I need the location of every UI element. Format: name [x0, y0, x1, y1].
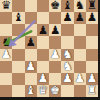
square-e8[interactable]: ♚ — [49, 0, 61, 12]
piece-white-queen[interactable]: ♛ — [38, 85, 48, 97]
square-h1[interactable]: ♜ — [86, 85, 98, 97]
square-g7[interactable]: ♟ — [74, 12, 86, 24]
square-e1[interactable]: ♚ — [49, 85, 61, 97]
piece-white-rook[interactable]: ♜ — [87, 85, 97, 97]
piece-black-pawn[interactable]: ♟ — [87, 12, 97, 24]
square-b5[interactable] — [12, 36, 24, 48]
square-e3[interactable] — [49, 61, 61, 73]
square-h7[interactable]: ♟ — [86, 12, 98, 24]
piece-black-king[interactable]: ♚ — [50, 0, 60, 11]
square-g1[interactable] — [74, 85, 86, 97]
square-g6[interactable] — [74, 24, 86, 36]
chess-app-stage: ♛♚♝♞♜♝♟♟♟♟♟♞♟♟♟♞♟♞♟♟♟♟♝♛♚♜ — [0, 0, 100, 100]
square-c8[interactable] — [25, 0, 37, 12]
piece-white-king[interactable]: ♚ — [50, 85, 60, 97]
square-f6[interactable] — [61, 24, 73, 36]
piece-white-bishop[interactable]: ♝ — [25, 85, 35, 97]
piece-black-queen[interactable]: ♛ — [1, 0, 11, 11]
piece-black-pawn[interactable]: ♟ — [74, 12, 84, 24]
piece-white-pawn[interactable]: ♟ — [74, 73, 84, 85]
square-d5[interactable] — [37, 36, 49, 48]
piece-white-pawn[interactable]: ♟ — [25, 60, 35, 72]
piece-black-pawn[interactable]: ♟ — [38, 24, 48, 36]
square-e6[interactable]: ♟ — [49, 24, 61, 36]
square-a3[interactable] — [0, 61, 12, 73]
piece-black-pawn[interactable]: ♟ — [62, 12, 72, 24]
square-c3[interactable]: ♟ — [25, 61, 37, 73]
piece-black-bishop[interactable]: ♝ — [13, 12, 23, 24]
square-b4[interactable] — [12, 49, 24, 61]
square-d4[interactable] — [37, 49, 49, 61]
square-d6[interactable]: ♟ — [37, 24, 49, 36]
piece-black-pawn[interactable]: ♟ — [50, 24, 60, 36]
square-f7[interactable]: ♟ — [61, 12, 73, 24]
square-g5[interactable] — [74, 36, 86, 48]
square-b1[interactable] — [12, 85, 24, 97]
square-g4[interactable] — [74, 49, 86, 61]
piece-white-pawn[interactable]: ♟ — [1, 48, 11, 60]
square-b7[interactable]: ♝ — [12, 12, 24, 24]
square-a2[interactable] — [0, 73, 12, 85]
piece-white-pawn[interactable]: ♟ — [50, 48, 60, 60]
square-h6[interactable] — [86, 24, 98, 36]
chess-board[interactable]: ♛♚♝♞♜♝♟♟♟♟♟♞♟♟♟♞♟♞♟♟♟♟♝♛♚♜ — [0, 0, 98, 97]
square-a7[interactable] — [0, 12, 12, 24]
square-d8[interactable] — [37, 0, 49, 12]
square-d1[interactable]: ♛ — [37, 85, 49, 97]
square-f1[interactable] — [61, 85, 73, 97]
piece-black-pawn[interactable]: ♟ — [25, 36, 35, 48]
square-b3[interactable] — [12, 61, 24, 73]
square-f2[interactable]: ♟ — [61, 73, 73, 85]
square-c7[interactable] — [25, 12, 37, 24]
piece-white-pawn[interactable]: ♟ — [62, 73, 72, 85]
square-h5[interactable] — [86, 36, 98, 48]
square-h4[interactable] — [86, 49, 98, 61]
square-c1[interactable]: ♝ — [25, 85, 37, 97]
square-e4[interactable]: ♟ — [49, 49, 61, 61]
square-b6[interactable] — [12, 24, 24, 36]
square-g2[interactable]: ♟ — [74, 73, 86, 85]
square-a1[interactable] — [0, 85, 12, 97]
square-c5[interactable]: ♟ — [25, 36, 37, 48]
square-a8[interactable]: ♛ — [0, 0, 12, 12]
square-b2[interactable] — [12, 73, 24, 85]
square-a4[interactable]: ♟ — [0, 49, 12, 61]
